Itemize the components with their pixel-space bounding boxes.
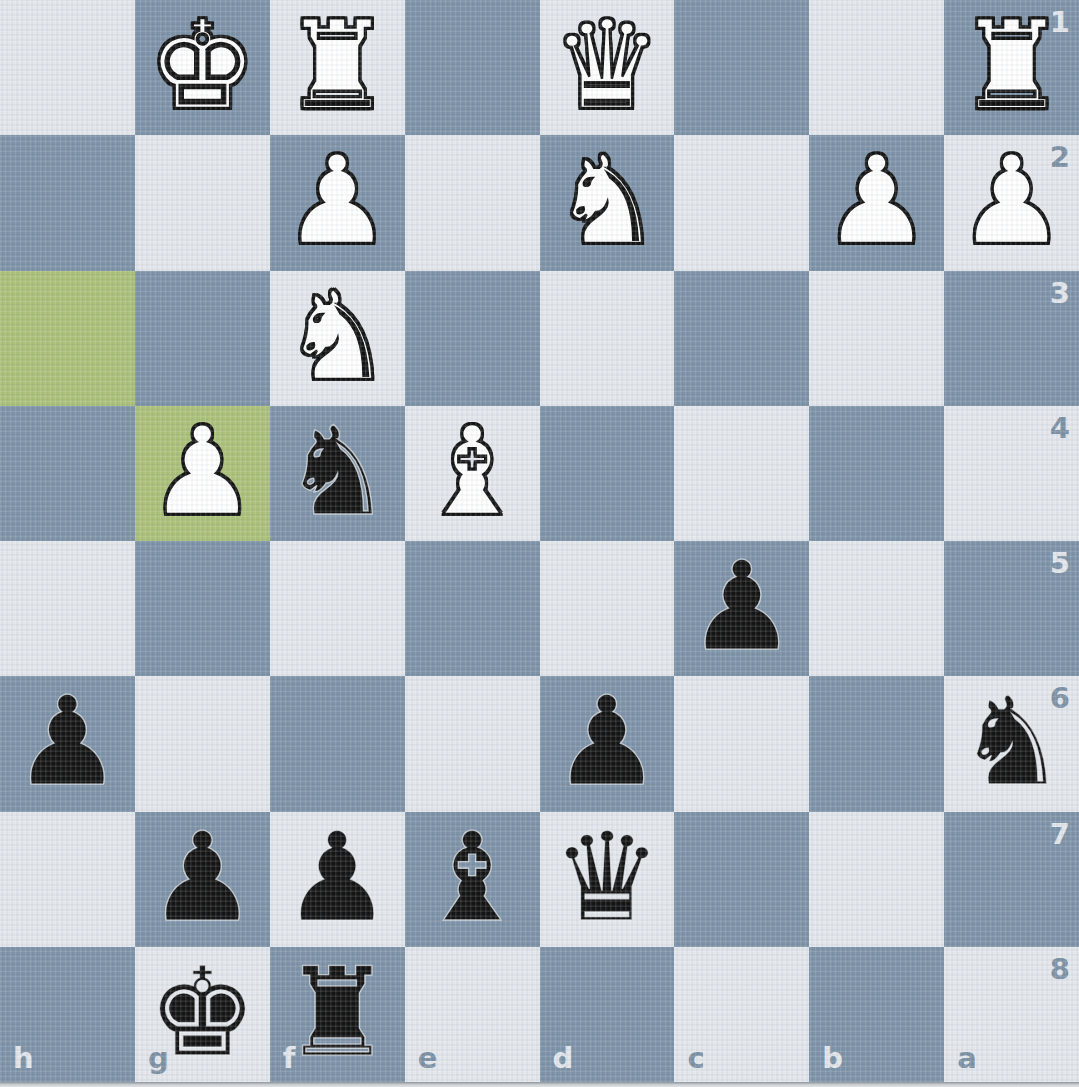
square-d4[interactable]	[540, 406, 675, 541]
rank-label-7: 7	[1050, 820, 1070, 849]
white-rook-f1[interactable]: ♜	[282, 4, 392, 127]
square-e3[interactable]	[405, 271, 540, 406]
file-label-f: f	[283, 1044, 296, 1073]
black-bishop-e7[interactable]: ♝	[417, 816, 527, 939]
chess-board-photo: ♚♜♛♜1♟♞♟♟2♞3♟♞♝4♟5♟♟♞6♟♟♝♛7h♚g♜fedcb8a	[0, 0, 1079, 1087]
square-c8[interactable]: c	[674, 947, 809, 1082]
square-f4[interactable]: ♞	[270, 406, 405, 541]
square-g3[interactable]	[135, 271, 270, 406]
square-b3[interactable]	[809, 271, 944, 406]
square-c1[interactable]	[674, 0, 809, 135]
black-knight-f4[interactable]: ♞	[282, 410, 392, 533]
square-d8[interactable]: d	[540, 947, 675, 1082]
white-queen-d1[interactable]: ♛	[552, 4, 662, 127]
rank-label-6: 6	[1050, 684, 1070, 713]
square-b2[interactable]: ♟	[809, 135, 944, 270]
square-e8[interactable]: e	[405, 947, 540, 1082]
square-h8[interactable]: h	[0, 947, 135, 1082]
rank-label-5: 5	[1050, 549, 1070, 578]
board-bottom-edge	[0, 1082, 1079, 1087]
square-a8[interactable]: 8a	[944, 947, 1079, 1082]
square-f3[interactable]: ♞	[270, 271, 405, 406]
square-h6[interactable]: ♟	[0, 676, 135, 811]
white-pawn-g4[interactable]: ♟	[147, 410, 257, 533]
square-a4[interactable]: 4	[944, 406, 1079, 541]
square-g6[interactable]	[135, 676, 270, 811]
file-label-g: g	[148, 1044, 169, 1073]
square-e5[interactable]	[405, 541, 540, 676]
square-d3[interactable]	[540, 271, 675, 406]
rank-label-1: 1	[1050, 8, 1070, 37]
square-f7[interactable]: ♟	[270, 812, 405, 947]
file-label-h: h	[13, 1044, 34, 1073]
square-b6[interactable]	[809, 676, 944, 811]
square-c7[interactable]	[674, 812, 809, 947]
rank-label-3: 3	[1050, 279, 1070, 308]
square-d5[interactable]	[540, 541, 675, 676]
black-pawn-g7[interactable]: ♟	[147, 816, 257, 939]
black-rook-f8[interactable]: ♜	[282, 951, 392, 1074]
square-a7[interactable]: 7	[944, 812, 1079, 947]
white-knight-d2[interactable]: ♞	[552, 139, 662, 262]
square-g5[interactable]	[135, 541, 270, 676]
file-label-b: b	[822, 1044, 843, 1073]
black-pawn-f7[interactable]: ♟	[282, 816, 392, 939]
square-f2[interactable]: ♟	[270, 135, 405, 270]
square-b4[interactable]	[809, 406, 944, 541]
white-king-g1[interactable]: ♚	[147, 4, 257, 127]
white-pawn-b2[interactable]: ♟	[822, 139, 932, 262]
square-d1[interactable]: ♛	[540, 0, 675, 135]
square-g7[interactable]: ♟	[135, 812, 270, 947]
square-a2[interactable]: ♟2	[944, 135, 1079, 270]
black-pawn-d6[interactable]: ♟	[552, 680, 662, 803]
black-pawn-h6[interactable]: ♟	[12, 680, 122, 803]
square-g8[interactable]: ♚g	[135, 947, 270, 1082]
square-a1[interactable]: ♜1	[944, 0, 1079, 135]
rank-label-2: 2	[1050, 143, 1070, 172]
square-e7[interactable]: ♝	[405, 812, 540, 947]
square-g2[interactable]	[135, 135, 270, 270]
square-e1[interactable]	[405, 0, 540, 135]
square-e6[interactable]	[405, 676, 540, 811]
square-h2[interactable]	[0, 135, 135, 270]
square-h4[interactable]	[0, 406, 135, 541]
square-f5[interactable]	[270, 541, 405, 676]
square-c6[interactable]	[674, 676, 809, 811]
file-label-c: c	[687, 1044, 704, 1073]
square-h3[interactable]	[0, 271, 135, 406]
square-c4[interactable]	[674, 406, 809, 541]
black-queen-d7[interactable]: ♛	[552, 816, 662, 939]
white-knight-f3[interactable]: ♞	[282, 275, 392, 398]
file-label-d: d	[553, 1044, 574, 1073]
square-f1[interactable]: ♜	[270, 0, 405, 135]
square-a5[interactable]: 5	[944, 541, 1079, 676]
square-c3[interactable]	[674, 271, 809, 406]
file-label-e: e	[418, 1044, 438, 1073]
square-a6[interactable]: ♞6	[944, 676, 1079, 811]
white-bishop-e4[interactable]: ♝	[417, 410, 527, 533]
square-g4[interactable]: ♟	[135, 406, 270, 541]
white-pawn-f2[interactable]: ♟	[282, 139, 392, 262]
square-b1[interactable]	[809, 0, 944, 135]
rank-label-8: 8	[1050, 955, 1070, 984]
square-g1[interactable]: ♚	[135, 0, 270, 135]
rank-label-4: 4	[1050, 414, 1070, 443]
square-d2[interactable]: ♞	[540, 135, 675, 270]
square-d6[interactable]: ♟	[540, 676, 675, 811]
square-d7[interactable]: ♛	[540, 812, 675, 947]
square-c5[interactable]: ♟	[674, 541, 809, 676]
black-pawn-c5[interactable]: ♟	[687, 545, 797, 668]
square-a3[interactable]: 3	[944, 271, 1079, 406]
square-b8[interactable]: b	[809, 947, 944, 1082]
square-b7[interactable]	[809, 812, 944, 947]
square-f8[interactable]: ♜f	[270, 947, 405, 1082]
square-h7[interactable]	[0, 812, 135, 947]
square-f6[interactable]	[270, 676, 405, 811]
file-label-a: a	[957, 1044, 977, 1073]
square-h5[interactable]	[0, 541, 135, 676]
square-b5[interactable]	[809, 541, 944, 676]
square-c2[interactable]	[674, 135, 809, 270]
square-h1[interactable]	[0, 0, 135, 135]
chess-board[interactable]: ♚♜♛♜1♟♞♟♟2♞3♟♞♝4♟5♟♟♞6♟♟♝♛7h♚g♜fedcb8a	[0, 0, 1079, 1082]
square-e4[interactable]: ♝	[405, 406, 540, 541]
square-e2[interactable]	[405, 135, 540, 270]
